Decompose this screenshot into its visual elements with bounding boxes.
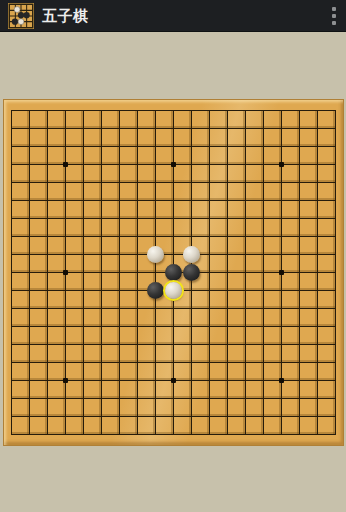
black-stone bbox=[147, 282, 164, 299]
star-point bbox=[171, 162, 176, 167]
star-point bbox=[63, 162, 68, 167]
star-point bbox=[279, 378, 284, 383]
app-title: 五子棋 bbox=[42, 0, 89, 32]
title-bar: 五子棋 bbox=[0, 0, 346, 32]
app-icon bbox=[8, 3, 34, 29]
menu-dot-icon bbox=[332, 21, 336, 25]
white-stone bbox=[147, 246, 164, 263]
overflow-menu-button[interactable] bbox=[322, 0, 346, 32]
white-stone bbox=[183, 246, 200, 263]
menu-dot-icon bbox=[332, 14, 336, 18]
star-point bbox=[171, 378, 176, 383]
board-grid bbox=[11, 110, 336, 435]
star-point bbox=[63, 378, 68, 383]
menu-dot-icon bbox=[332, 7, 336, 11]
app-window: 五子棋 bbox=[0, 0, 346, 512]
star-point bbox=[279, 162, 284, 167]
goban-board[interactable] bbox=[3, 99, 344, 446]
star-point bbox=[63, 270, 68, 275]
black-stone bbox=[183, 264, 200, 281]
white-stone-last-move bbox=[165, 282, 182, 299]
black-stone bbox=[165, 264, 182, 281]
star-point bbox=[279, 270, 284, 275]
